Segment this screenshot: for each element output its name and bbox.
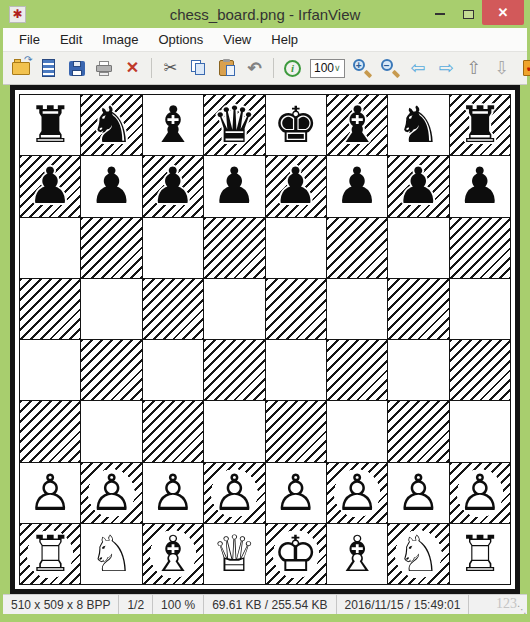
- close-icon: ✕: [498, 5, 509, 20]
- square-f5: [327, 279, 387, 339]
- next-image-button[interactable]: ⇨: [434, 55, 459, 81]
- floppy-disk-icon: [69, 61, 85, 76]
- minimize-button[interactable]: [426, 2, 454, 26]
- square-e7: ♟: [266, 156, 326, 216]
- square-f2: ♙: [327, 463, 387, 523]
- status-page-index: 1/2: [119, 595, 153, 614]
- info-icon: i: [284, 60, 301, 77]
- copy-button[interactable]: [186, 55, 211, 81]
- black-rook: ♜: [450, 95, 510, 155]
- square-c1: ♗: [143, 524, 203, 584]
- toolbar-separator: [273, 58, 274, 78]
- chess-board: ♜♞♝♛♚♝♞♜♟♟♟♟♟♟♟♟♙♙♙♙♙♙♙♙♖♘♗♕♔♗♘♖: [19, 94, 511, 585]
- square-c6: [143, 218, 203, 278]
- status-file-size: 69.61 KB / 255.54 KB: [204, 595, 336, 614]
- black-knight: ♞: [388, 95, 448, 155]
- square-g5: [388, 279, 448, 339]
- zoom-in-button[interactable]: +: [350, 55, 375, 81]
- square-g7: ♟: [388, 156, 448, 216]
- open-button[interactable]: ↷: [8, 55, 33, 81]
- app-icon: ✱: [9, 6, 26, 23]
- chevron-down-icon: ∨: [334, 63, 341, 73]
- square-g6: [388, 218, 448, 278]
- undo-button[interactable]: ↶: [242, 55, 267, 81]
- square-f7: ♟: [327, 156, 387, 216]
- last-image-button[interactable]: ⇩: [490, 55, 515, 81]
- square-a4: [20, 340, 80, 400]
- square-e1: ♔: [266, 524, 326, 584]
- square-d6: [204, 218, 264, 278]
- scissors-icon: ✂: [164, 60, 177, 76]
- square-g1: ♘: [388, 524, 448, 584]
- black-pawn: ♟: [450, 156, 510, 216]
- square-f6: [327, 218, 387, 278]
- square-c5: [143, 279, 203, 339]
- black-pawn: ♟: [327, 156, 387, 216]
- square-b3: [81, 401, 141, 461]
- minimize-icon: [435, 13, 445, 15]
- status-datetime: 2016/11/15 / 15:49:01: [337, 595, 470, 614]
- square-d7: ♟: [204, 156, 264, 216]
- white-knight: ♘: [81, 524, 141, 584]
- square-a3: [20, 401, 80, 461]
- irfanview-window: ✱ chess_board.png - IrfanView ✕ File Edi…: [0, 0, 530, 622]
- printer-icon: [96, 61, 113, 76]
- arrow-left-icon: ⇦: [411, 59, 426, 77]
- square-e5: [266, 279, 326, 339]
- white-rook: ♖: [450, 524, 510, 584]
- white-pawn: ♙: [388, 463, 448, 523]
- first-image-button[interactable]: ⇧: [462, 55, 487, 81]
- white-pawn: ♙: [20, 463, 80, 523]
- black-pawn: ♟: [20, 156, 80, 216]
- square-f4: [327, 340, 387, 400]
- status-bar: 510 x 509 x 8 BPP 1/2 100 % 69.61 KB / 2…: [3, 594, 527, 614]
- square-e4: [266, 340, 326, 400]
- square-a8: ♜: [20, 95, 80, 155]
- white-pawn: ♙: [143, 463, 203, 523]
- square-d3: [204, 401, 264, 461]
- square-g4: [388, 340, 448, 400]
- info-button[interactable]: i: [280, 55, 305, 81]
- black-pawn: ♟: [266, 156, 326, 216]
- square-b8: ♞: [81, 95, 141, 155]
- print-button[interactable]: [92, 55, 117, 81]
- square-h8: ♜: [450, 95, 510, 155]
- white-king: ♔: [266, 524, 326, 584]
- arrow-down-icon: ⇩: [495, 59, 510, 77]
- zoom-in-icon: +: [352, 58, 373, 78]
- square-d8: ♛: [204, 95, 264, 155]
- square-d4: [204, 340, 264, 400]
- paint-splat-icon: ✱: [12, 8, 22, 20]
- square-h4: [450, 340, 510, 400]
- square-e3: [266, 401, 326, 461]
- toolbar-separator: [151, 58, 152, 78]
- batch-check-button[interactable]: ✓: [518, 55, 530, 81]
- cut-button[interactable]: ✂: [158, 55, 183, 81]
- resize-grip[interactable]: ⋱: [517, 604, 527, 615]
- clipboard-paste-icon: [219, 60, 234, 76]
- square-h3: [450, 401, 510, 461]
- close-button[interactable]: ✕: [482, 0, 524, 25]
- square-h2: ♙: [450, 463, 510, 523]
- menu-help[interactable]: Help: [261, 28, 308, 51]
- square-b4: [81, 340, 141, 400]
- black-pawn: ♟: [143, 156, 203, 216]
- copy-icon: [191, 60, 207, 76]
- menu-image[interactable]: Image: [92, 28, 148, 51]
- square-a7: ♟: [20, 156, 80, 216]
- white-bishop: ♗: [143, 524, 203, 584]
- black-bishop: ♝: [327, 95, 387, 155]
- square-g8: ♞: [388, 95, 448, 155]
- undo-arrow-icon: ↶: [247, 60, 261, 77]
- white-knight: ♘: [388, 524, 448, 584]
- square-f8: ♝: [327, 95, 387, 155]
- square-g2: ♙: [388, 463, 448, 523]
- square-d2: ♙: [204, 463, 264, 523]
- black-knight: ♞: [81, 95, 141, 155]
- white-pawn: ♙: [204, 463, 264, 523]
- menu-view[interactable]: View: [213, 28, 261, 51]
- black-pawn: ♟: [81, 156, 141, 216]
- square-g3: [388, 401, 448, 461]
- toolbar: ↷ ✕ ✂ ↶ i 100 ∨: [3, 52, 527, 85]
- square-h1: ♖: [450, 524, 510, 584]
- black-rook: ♜: [20, 95, 80, 155]
- black-pawn: ♟: [388, 156, 448, 216]
- open-folder-icon: ↷: [12, 62, 30, 75]
- square-h6: [450, 218, 510, 278]
- delete-button[interactable]: ✕: [120, 55, 145, 81]
- save-button[interactable]: [64, 55, 89, 81]
- status-zoom: 100 %: [153, 595, 204, 614]
- checkmark-page-icon: ✓: [523, 60, 530, 76]
- menu-file[interactable]: File: [9, 28, 50, 51]
- square-b6: [81, 218, 141, 278]
- square-c8: ♝: [143, 95, 203, 155]
- square-c3: [143, 401, 203, 461]
- square-b7: ♟: [81, 156, 141, 216]
- title-bar[interactable]: ✱ chess_board.png - IrfanView ✕: [0, 0, 530, 28]
- menu-edit[interactable]: Edit: [50, 28, 92, 51]
- white-pawn: ♙: [266, 463, 326, 523]
- zoom-combobox[interactable]: 100 ∨: [310, 59, 345, 78]
- white-pawn: ♙: [450, 463, 510, 523]
- black-king: ♚: [266, 95, 326, 155]
- menu-bar: File Edit Image Options View Help: [3, 28, 527, 52]
- square-b1: ♘: [81, 524, 141, 584]
- square-e2: ♙: [266, 463, 326, 523]
- zoom-out-icon: −: [380, 58, 401, 78]
- arrow-right-icon: ⇨: [439, 59, 454, 77]
- square-f1: ♗: [327, 524, 387, 584]
- black-queen: ♛: [204, 95, 264, 155]
- maximize-button[interactable]: [454, 2, 482, 26]
- square-e6: [266, 218, 326, 278]
- square-a5: [20, 279, 80, 339]
- square-h5: [450, 279, 510, 339]
- maximize-icon: [463, 10, 474, 19]
- square-h7: ♟: [450, 156, 510, 216]
- square-a1: ♖: [20, 524, 80, 584]
- thumbnails-button[interactable]: [36, 55, 61, 81]
- status-dimensions: 510 x 509 x 8 BPP: [3, 595, 119, 614]
- watermark-text: 123: [496, 596, 517, 612]
- square-b2: ♙: [81, 463, 141, 523]
- filmstrip-icon: [42, 59, 55, 77]
- square-e8: ♚: [266, 95, 326, 155]
- menu-options[interactable]: Options: [149, 28, 214, 51]
- white-pawn: ♙: [81, 463, 141, 523]
- image-canvas[interactable]: ♜♞♝♛♚♝♞♜♟♟♟♟♟♟♟♟♙♙♙♙♙♙♙♙♖♘♗♕♔♗♘♖: [0, 85, 530, 594]
- square-c4: [143, 340, 203, 400]
- square-c7: ♟: [143, 156, 203, 216]
- arrow-up-icon: ⇧: [467, 59, 482, 77]
- white-rook: ♖: [20, 524, 80, 584]
- square-d5: [204, 279, 264, 339]
- zoom-out-button[interactable]: −: [378, 55, 403, 81]
- black-bishop: ♝: [143, 95, 203, 155]
- square-c2: ♙: [143, 463, 203, 523]
- chess-board-image: ♜♞♝♛♚♝♞♜♟♟♟♟♟♟♟♟♙♙♙♙♙♙♙♙♖♘♗♕♔♗♘♖: [10, 85, 520, 594]
- delete-x-icon: ✕: [126, 60, 139, 76]
- square-f3: [327, 401, 387, 461]
- square-d1: ♕: [204, 524, 264, 584]
- white-queen: ♕: [204, 524, 264, 584]
- white-bishop: ♗: [327, 524, 387, 584]
- square-a2: ♙: [20, 463, 80, 523]
- prev-image-button[interactable]: ⇦: [406, 55, 431, 81]
- zoom-value: 100: [314, 61, 334, 75]
- black-pawn: ♟: [204, 156, 264, 216]
- square-b5: [81, 279, 141, 339]
- window-controls: ✕: [426, 0, 524, 28]
- white-pawn: ♙: [327, 463, 387, 523]
- square-a6: [20, 218, 80, 278]
- paste-button[interactable]: [214, 55, 239, 81]
